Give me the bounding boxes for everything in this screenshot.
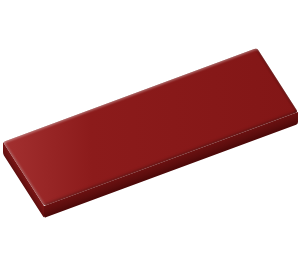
white-background: [0, 0, 300, 265]
plate-top-face: [3, 48, 298, 206]
